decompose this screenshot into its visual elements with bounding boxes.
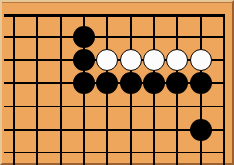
white-stone	[166, 49, 188, 71]
board-vline-9	[223, 14, 226, 165]
white-stone	[190, 49, 212, 71]
black-stone	[73, 26, 95, 48]
go-diagram	[0, 0, 234, 165]
black-stone	[190, 119, 212, 141]
black-stone	[190, 72, 212, 94]
black-stone	[166, 72, 188, 94]
go-board	[4, 4, 234, 165]
black-stone	[143, 72, 165, 94]
black-stone	[96, 72, 118, 94]
board-vline-2	[60, 14, 62, 165]
white-stone	[96, 49, 118, 71]
board-vline-0	[13, 14, 15, 165]
black-stone	[73, 49, 95, 71]
board-vline-1	[36, 14, 38, 165]
white-stone	[143, 49, 165, 71]
white-stone	[120, 49, 142, 71]
black-stone	[120, 72, 142, 94]
black-stone	[73, 72, 95, 94]
board-bevel-frame	[0, 0, 234, 165]
